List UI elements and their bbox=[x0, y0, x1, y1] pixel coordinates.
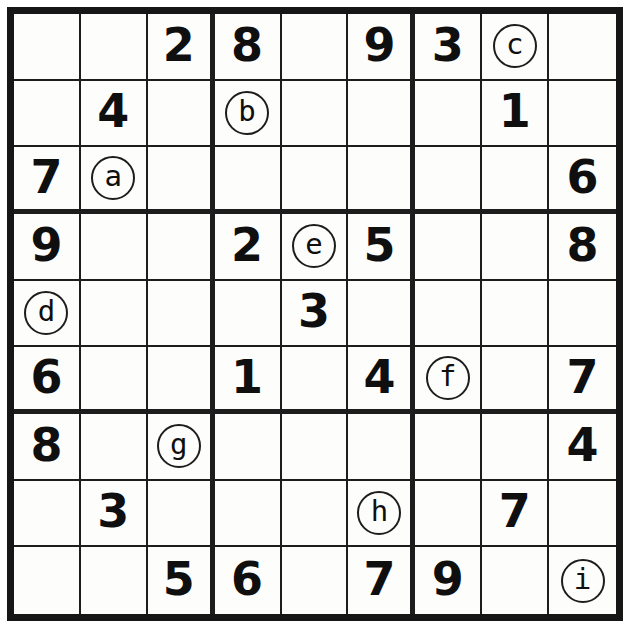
given-digit: 8 bbox=[30, 422, 62, 471]
circled-letter-f: f bbox=[426, 356, 470, 400]
cell-r1c1[interactable] bbox=[14, 14, 81, 81]
cell-r2c5[interactable] bbox=[282, 81, 349, 148]
cell-r4c7[interactable] bbox=[415, 214, 482, 281]
given-digit: 9 bbox=[363, 22, 395, 71]
cell-r5c9[interactable] bbox=[549, 281, 616, 348]
cell-r2c4[interactable]: b bbox=[215, 81, 282, 148]
circled-letter-g: g bbox=[157, 424, 201, 468]
cell-r7c1[interactable]: 8 bbox=[14, 414, 81, 481]
cell-r9c8[interactable] bbox=[482, 547, 549, 614]
cell-r7c8[interactable] bbox=[482, 414, 549, 481]
cell-r3c7[interactable] bbox=[415, 147, 482, 214]
given-digit: 1 bbox=[499, 88, 531, 137]
cell-r5c6[interactable] bbox=[348, 281, 415, 348]
cell-r3c8[interactable] bbox=[482, 147, 549, 214]
given-digit: 9 bbox=[30, 222, 62, 271]
given-digit: 3 bbox=[432, 22, 464, 71]
cell-r4c9[interactable]: 8 bbox=[549, 214, 616, 281]
given-digit: 7 bbox=[363, 556, 395, 605]
cell-r9c7[interactable]: 9 bbox=[415, 547, 482, 614]
circled-letter-i: i bbox=[561, 559, 605, 603]
cell-r6c3[interactable] bbox=[148, 347, 215, 414]
cell-r3c3[interactable] bbox=[148, 147, 215, 214]
cell-r9c5[interactable] bbox=[282, 547, 349, 614]
cell-r5c1[interactable]: d bbox=[14, 281, 81, 348]
circled-letter-e: e bbox=[292, 224, 336, 268]
circled-letter-c: c bbox=[493, 24, 537, 68]
given-digit: 6 bbox=[30, 354, 62, 403]
cell-r4c4[interactable]: 2 bbox=[215, 214, 282, 281]
cell-r3c6[interactable] bbox=[348, 147, 415, 214]
given-digit: 2 bbox=[163, 22, 195, 71]
cell-r6c1[interactable]: 6 bbox=[14, 347, 81, 414]
cell-r8c1[interactable] bbox=[14, 481, 81, 548]
cell-r8c5[interactable] bbox=[282, 481, 349, 548]
cell-r1c8[interactable]: c bbox=[482, 14, 549, 81]
given-digit: 6 bbox=[567, 154, 599, 203]
cell-r6c4[interactable]: 1 bbox=[215, 347, 282, 414]
given-digit: 7 bbox=[567, 354, 599, 403]
cell-r2c6[interactable] bbox=[348, 81, 415, 148]
given-digit: 1 bbox=[231, 354, 263, 403]
circled-letter-a: a bbox=[91, 156, 135, 200]
cell-r2c1[interactable] bbox=[14, 81, 81, 148]
cell-r1c7[interactable]: 3 bbox=[415, 14, 482, 81]
cell-r3c4[interactable] bbox=[215, 147, 282, 214]
given-digit: 5 bbox=[363, 222, 395, 271]
given-digit: 4 bbox=[363, 354, 395, 403]
cell-r9c9[interactable]: i bbox=[549, 547, 616, 614]
given-digit: 8 bbox=[231, 22, 263, 71]
cell-r1c5[interactable] bbox=[282, 14, 349, 81]
given-digit: 3 bbox=[298, 288, 330, 337]
cell-r2c3[interactable] bbox=[148, 81, 215, 148]
cell-r7c3[interactable]: g bbox=[148, 414, 215, 481]
cell-r5c8[interactable] bbox=[482, 281, 549, 348]
cell-r4c8[interactable] bbox=[482, 214, 549, 281]
cell-r3c1[interactable]: 7 bbox=[14, 147, 81, 214]
circled-letter-b: b bbox=[225, 91, 269, 135]
cell-r6c2[interactable] bbox=[81, 347, 148, 414]
given-digit: 6 bbox=[231, 556, 263, 605]
cell-r5c2[interactable] bbox=[81, 281, 148, 348]
cell-r9c1[interactable] bbox=[14, 547, 81, 614]
cell-r1c4[interactable]: 8 bbox=[215, 14, 282, 81]
cell-r6c9[interactable]: 7 bbox=[549, 347, 616, 414]
cell-r7c9[interactable]: 4 bbox=[549, 414, 616, 481]
cell-r4c3[interactable] bbox=[148, 214, 215, 281]
cell-r5c4[interactable] bbox=[215, 281, 282, 348]
cell-r9c3[interactable]: 5 bbox=[148, 547, 215, 614]
cell-r2c8[interactable]: 1 bbox=[482, 81, 549, 148]
cell-r7c7[interactable] bbox=[415, 414, 482, 481]
given-digit: 9 bbox=[432, 556, 464, 605]
circled-letter-h: h bbox=[357, 491, 401, 535]
cell-r1c2[interactable] bbox=[81, 14, 148, 81]
cell-r9c4[interactable]: 6 bbox=[215, 547, 282, 614]
cell-r4c1[interactable]: 9 bbox=[14, 214, 81, 281]
cell-r4c5[interactable]: e bbox=[282, 214, 349, 281]
cell-r8c7[interactable] bbox=[415, 481, 482, 548]
cell-r5c3[interactable] bbox=[148, 281, 215, 348]
cell-r6c7[interactable]: f bbox=[415, 347, 482, 414]
cell-r1c9[interactable] bbox=[549, 14, 616, 81]
cell-r2c9[interactable] bbox=[549, 81, 616, 148]
cell-r1c6[interactable]: 9 bbox=[348, 14, 415, 81]
cell-r1c3[interactable]: 2 bbox=[148, 14, 215, 81]
cell-r3c5[interactable] bbox=[282, 147, 349, 214]
given-digit: 4 bbox=[567, 422, 599, 471]
cell-r5c7[interactable] bbox=[415, 281, 482, 348]
cell-r2c2[interactable]: 4 bbox=[81, 81, 148, 148]
sudoku-board: 2893c4b17a692e58d3614f78g43h75679i bbox=[7, 7, 623, 621]
cell-r2c7[interactable] bbox=[415, 81, 482, 148]
given-digit: 5 bbox=[163, 556, 195, 605]
cell-r6c8[interactable] bbox=[482, 347, 549, 414]
cell-r4c6[interactable]: 5 bbox=[348, 214, 415, 281]
cell-r7c5[interactable] bbox=[282, 414, 349, 481]
cell-r8c4[interactable] bbox=[215, 481, 282, 548]
cell-r8c8[interactable]: 7 bbox=[482, 481, 549, 548]
given-digit: 8 bbox=[567, 222, 599, 271]
cell-r7c2[interactable] bbox=[81, 414, 148, 481]
cell-r7c6[interactable] bbox=[348, 414, 415, 481]
cell-r4c2[interactable] bbox=[81, 214, 148, 281]
circled-letter-d: d bbox=[24, 291, 68, 335]
cell-r9c2[interactable] bbox=[81, 547, 148, 614]
given-digit: 7 bbox=[30, 154, 62, 203]
cell-r8c9[interactable] bbox=[549, 481, 616, 548]
cell-r6c5[interactable] bbox=[282, 347, 349, 414]
cell-r3c2[interactable]: a bbox=[81, 147, 148, 214]
cell-r9c6[interactable]: 7 bbox=[348, 547, 415, 614]
cell-r8c3[interactable] bbox=[148, 481, 215, 548]
given-digit: 3 bbox=[97, 488, 129, 537]
sudoku-page: 2893c4b17a692e58d3614f78g43h75679i bbox=[0, 0, 630, 630]
cell-r8c2[interactable]: 3 bbox=[81, 481, 148, 548]
given-digit: 4 bbox=[97, 88, 129, 137]
cell-r7c4[interactable] bbox=[215, 414, 282, 481]
cell-r5c5[interactable]: 3 bbox=[282, 281, 349, 348]
cell-r6c6[interactable]: 4 bbox=[348, 347, 415, 414]
cell-r3c9[interactable]: 6 bbox=[549, 147, 616, 214]
given-digit: 7 bbox=[499, 488, 531, 537]
given-digit: 2 bbox=[231, 222, 263, 271]
cell-r8c6[interactable]: h bbox=[348, 481, 415, 548]
